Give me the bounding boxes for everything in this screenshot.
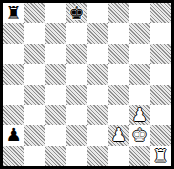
square-f2[interactable]: ♟ [108, 125, 129, 145]
square-e1[interactable] [87, 146, 108, 166]
square-e5[interactable] [87, 64, 108, 84]
white-rook[interactable]: ♜ [152, 147, 168, 165]
square-h4[interactable] [150, 85, 171, 105]
square-e2[interactable] [87, 125, 108, 145]
square-h2[interactable] [150, 125, 171, 145]
square-b1[interactable] [24, 146, 45, 166]
square-d2[interactable] [66, 125, 87, 145]
square-c4[interactable] [45, 85, 66, 105]
square-f8[interactable] [108, 3, 129, 23]
square-h7[interactable] [150, 23, 171, 43]
square-d8[interactable]: ♚ [66, 3, 87, 23]
square-a8[interactable]: ♜ [3, 3, 24, 23]
square-g3[interactable]: ♟ [129, 105, 150, 125]
square-f7[interactable] [108, 23, 129, 43]
square-g4[interactable] [129, 85, 150, 105]
white-pawn[interactable]: ♟ [131, 106, 147, 124]
square-a2[interactable]: ♟ [3, 125, 24, 145]
square-c1[interactable] [45, 146, 66, 166]
square-b7[interactable] [24, 23, 45, 43]
square-d7[interactable] [66, 23, 87, 43]
black-rook[interactable]: ♜ [5, 4, 21, 22]
square-d6[interactable] [66, 44, 87, 64]
square-f3[interactable] [108, 105, 129, 125]
square-f1[interactable] [108, 146, 129, 166]
square-h6[interactable] [150, 44, 171, 64]
square-g8[interactable] [129, 3, 150, 23]
white-king[interactable]: ♚ [131, 126, 147, 144]
board-frame: ♜♚♟♟♟♚♜ [0, 0, 174, 169]
square-a7[interactable] [3, 23, 24, 43]
square-b3[interactable] [24, 105, 45, 125]
square-c8[interactable] [45, 3, 66, 23]
square-c5[interactable] [45, 64, 66, 84]
square-f5[interactable] [108, 64, 129, 84]
square-a4[interactable] [3, 85, 24, 105]
square-h3[interactable] [150, 105, 171, 125]
square-h1[interactable]: ♜ [150, 146, 171, 166]
square-f4[interactable] [108, 85, 129, 105]
square-a5[interactable] [3, 64, 24, 84]
square-d1[interactable] [66, 146, 87, 166]
white-pawn[interactable]: ♟ [110, 126, 126, 144]
square-e8[interactable] [87, 3, 108, 23]
square-d5[interactable] [66, 64, 87, 84]
square-e3[interactable] [87, 105, 108, 125]
square-b2[interactable] [24, 125, 45, 145]
chess-board[interactable]: ♜♚♟♟♟♚♜ [3, 3, 171, 166]
square-e4[interactable] [87, 85, 108, 105]
square-b5[interactable] [24, 64, 45, 84]
square-a3[interactable] [3, 105, 24, 125]
square-g1[interactable] [129, 146, 150, 166]
square-e6[interactable] [87, 44, 108, 64]
square-b4[interactable] [24, 85, 45, 105]
square-e7[interactable] [87, 23, 108, 43]
square-b6[interactable] [24, 44, 45, 64]
square-b8[interactable] [24, 3, 45, 23]
square-c6[interactable] [45, 44, 66, 64]
square-g5[interactable] [129, 64, 150, 84]
square-d4[interactable] [66, 85, 87, 105]
square-g2[interactable]: ♚ [129, 125, 150, 145]
square-h5[interactable] [150, 64, 171, 84]
square-c7[interactable] [45, 23, 66, 43]
square-h8[interactable] [150, 3, 171, 23]
square-a6[interactable] [3, 44, 24, 64]
square-f6[interactable] [108, 44, 129, 64]
black-king[interactable]: ♚ [68, 4, 84, 22]
square-d3[interactable] [66, 105, 87, 125]
square-a1[interactable] [3, 146, 24, 166]
square-g7[interactable] [129, 23, 150, 43]
square-g6[interactable] [129, 44, 150, 64]
square-c3[interactable] [45, 105, 66, 125]
black-pawn[interactable]: ♟ [5, 126, 21, 144]
square-c2[interactable] [45, 125, 66, 145]
chess-diagram: ♜♚♟♟♟♚♜ [0, 0, 174, 169]
